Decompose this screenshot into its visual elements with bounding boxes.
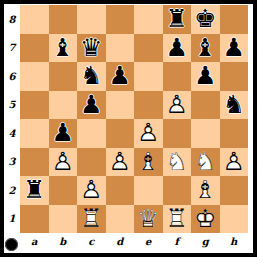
file-label-d: d: [106, 233, 135, 250]
square-a8[interactable]: [20, 5, 49, 34]
black-king-glyph: ♚: [191, 5, 220, 34]
piece-white-pawn-c2[interactable]: ♟♙: [77, 176, 106, 205]
square-a2[interactable]: ♜: [20, 176, 49, 205]
piece-black-pawn-g6[interactable]: ♟: [191, 62, 220, 91]
square-g2[interactable]: ♝♗: [191, 176, 220, 205]
black-pawn-glyph: ♟: [49, 119, 78, 148]
square-h8[interactable]: [220, 5, 249, 34]
square-d2[interactable]: [106, 176, 135, 205]
black-pawn-glyph: ♟: [191, 62, 220, 91]
piece-white-knight-f3[interactable]: ♞♘: [163, 148, 192, 177]
white-pawn-outline-glyph: ♙: [134, 119, 163, 148]
piece-black-pawn-b4[interactable]: ♟: [49, 119, 78, 148]
white-knight-outline-glyph: ♘: [163, 148, 192, 177]
square-d3[interactable]: ♟♙: [106, 148, 135, 177]
file-label-a: a: [20, 233, 49, 250]
square-a5[interactable]: [20, 91, 49, 120]
black-knight-glyph: ♞: [220, 91, 249, 120]
white-pawn-outline-glyph: ♙: [49, 148, 78, 177]
piece-black-knight-h5[interactable]: ♞: [220, 91, 249, 120]
square-h1[interactable]: [220, 205, 249, 234]
square-e2[interactable]: [134, 176, 163, 205]
piece-black-pawn-c5[interactable]: ♟: [77, 91, 106, 120]
square-h5[interactable]: ♞: [220, 91, 249, 120]
rank-label-3: 3: [4, 148, 20, 177]
white-pawn-outline-glyph: ♙: [220, 148, 249, 177]
square-b2[interactable]: [49, 176, 78, 205]
white-bishop-outline-glyph: ♗: [134, 148, 163, 177]
chess-diagram: 87654321 ♜♚♝♛♟♝♟♞♟♟♟♟♙♞♟♟♙♟♙♟♙♝♗♞♘♞♘♟♙♜♟…: [0, 0, 257, 257]
black-bishop-glyph: ♝: [191, 34, 220, 63]
white-pawn-outline-glyph: ♙: [163, 91, 192, 120]
piece-black-rook-a2[interactable]: ♜: [20, 176, 49, 205]
rank-label-5: 5: [4, 91, 20, 120]
square-h7[interactable]: ♟: [220, 34, 249, 63]
square-b6[interactable]: [49, 62, 78, 91]
square-g8[interactable]: ♚: [191, 5, 220, 34]
rank-label-6: 6: [4, 62, 20, 91]
square-c5[interactable]: ♟: [77, 91, 106, 120]
piece-white-pawn-f5[interactable]: ♟♙: [163, 91, 192, 120]
square-c1[interactable]: ♜♖: [77, 205, 106, 234]
black-pawn-glyph: ♟: [77, 91, 106, 120]
white-knight-outline-glyph: ♘: [191, 148, 220, 177]
file-label-b: b: [49, 233, 78, 250]
piece-white-rook-f1[interactable]: ♜♖: [163, 205, 192, 234]
piece-white-rook-c1[interactable]: ♜♖: [77, 205, 106, 234]
black-to-move-indicator: [5, 238, 18, 251]
square-c6[interactable]: ♞: [77, 62, 106, 91]
square-f7[interactable]: ♟: [163, 34, 192, 63]
square-h3[interactable]: ♟♙: [220, 148, 249, 177]
square-e4[interactable]: ♟♙: [134, 119, 163, 148]
chess-board: ♜♚♝♛♟♝♟♞♟♟♟♟♙♞♟♟♙♟♙♟♙♝♗♞♘♞♘♟♙♜♟♙♝♗♜♖♛♕♜♖…: [20, 5, 248, 233]
square-f5[interactable]: ♟♙: [163, 91, 192, 120]
piece-black-pawn-h7[interactable]: ♟: [220, 34, 249, 63]
piece-white-bishop-e3[interactable]: ♝♗: [134, 148, 163, 177]
piece-black-bishop-b7[interactable]: ♝: [49, 34, 78, 63]
square-g4[interactable]: [191, 119, 220, 148]
square-c7[interactable]: ♛: [77, 34, 106, 63]
file-label-c: c: [77, 233, 106, 250]
square-f6[interactable]: [163, 62, 192, 91]
square-a4[interactable]: [20, 119, 49, 148]
file-labels: abcdefgh: [20, 233, 248, 250]
square-d8[interactable]: [106, 5, 135, 34]
piece-black-rook-f8[interactable]: ♜: [163, 5, 192, 34]
piece-white-pawn-d3[interactable]: ♟♙: [106, 148, 135, 177]
square-h4[interactable]: [220, 119, 249, 148]
square-a7[interactable]: [20, 34, 49, 63]
square-e6[interactable]: [134, 62, 163, 91]
piece-white-knight-g3[interactable]: ♞♘: [191, 148, 220, 177]
square-e7[interactable]: [134, 34, 163, 63]
white-queen-outline-glyph: ♕: [134, 205, 163, 234]
rank-label-8: 8: [4, 5, 20, 34]
black-queen-glyph: ♛: [77, 34, 106, 63]
square-g6[interactable]: ♟: [191, 62, 220, 91]
square-b3[interactable]: ♟♙: [49, 148, 78, 177]
square-h6[interactable]: [220, 62, 249, 91]
black-pawn-glyph: ♟: [106, 62, 135, 91]
square-f8[interactable]: ♜: [163, 5, 192, 34]
square-b4[interactable]: ♟: [49, 119, 78, 148]
square-f4[interactable]: [163, 119, 192, 148]
square-e3[interactable]: ♝♗: [134, 148, 163, 177]
square-b8[interactable]: [49, 5, 78, 34]
file-label-e: e: [134, 233, 163, 250]
square-d7[interactable]: [106, 34, 135, 63]
piece-white-bishop-g2[interactable]: ♝♗: [191, 176, 220, 205]
piece-black-pawn-d6[interactable]: ♟: [106, 62, 135, 91]
square-c8[interactable]: [77, 5, 106, 34]
square-g5[interactable]: [191, 91, 220, 120]
black-knight-glyph: ♞: [77, 62, 106, 91]
black-rook-glyph: ♜: [20, 176, 49, 205]
square-f3[interactable]: ♞♘: [163, 148, 192, 177]
square-b5[interactable]: [49, 91, 78, 120]
piece-white-pawn-h3[interactable]: ♟♙: [220, 148, 249, 177]
square-e1[interactable]: ♛♕: [134, 205, 163, 234]
piece-black-queen-c7[interactable]: ♛: [77, 34, 106, 63]
black-pawn-glyph: ♟: [163, 34, 192, 63]
rank-label-4: 4: [4, 119, 20, 148]
rank-label-1: 1: [4, 205, 20, 234]
square-d6[interactable]: ♟: [106, 62, 135, 91]
square-e8[interactable]: [134, 5, 163, 34]
square-a6[interactable]: [20, 62, 49, 91]
square-h2[interactable]: [220, 176, 249, 205]
square-e5[interactable]: [134, 91, 163, 120]
square-a1[interactable]: [20, 205, 49, 234]
piece-white-pawn-e4[interactable]: ♟♙: [134, 119, 163, 148]
white-king-outline-glyph: ♔: [191, 205, 220, 234]
rank-label-2: 2: [4, 176, 20, 205]
white-rook-outline-glyph: ♖: [77, 205, 106, 234]
white-pawn-outline-glyph: ♙: [106, 148, 135, 177]
square-d1[interactable]: [106, 205, 135, 234]
piece-black-knight-c6[interactable]: ♞: [77, 62, 106, 91]
square-d5[interactable]: [106, 91, 135, 120]
square-b7[interactable]: ♝: [49, 34, 78, 63]
square-f2[interactable]: [163, 176, 192, 205]
black-bishop-glyph: ♝: [49, 34, 78, 63]
square-g3[interactable]: ♞♘: [191, 148, 220, 177]
piece-black-bishop-g7[interactable]: ♝: [191, 34, 220, 63]
square-b1[interactable]: [49, 205, 78, 234]
square-d4[interactable]: [106, 119, 135, 148]
rank-label-7: 7: [4, 34, 20, 63]
piece-black-pawn-f7[interactable]: ♟: [163, 34, 192, 63]
black-pawn-glyph: ♟: [220, 34, 249, 63]
black-rook-glyph: ♜: [163, 5, 192, 34]
square-c3[interactable]: [77, 148, 106, 177]
white-rook-outline-glyph: ♖: [163, 205, 192, 234]
piece-white-queen-e1[interactable]: ♛♕: [134, 205, 163, 234]
file-label-h: h: [220, 233, 249, 250]
square-c2[interactable]: ♟♙: [77, 176, 106, 205]
rank-labels: 87654321: [4, 5, 20, 233]
piece-white-king-g1[interactable]: ♚♔: [191, 205, 220, 234]
piece-white-pawn-b3[interactable]: ♟♙: [49, 148, 78, 177]
file-label-f: f: [163, 233, 192, 250]
square-f1[interactable]: ♜♖: [163, 205, 192, 234]
white-pawn-outline-glyph: ♙: [77, 176, 106, 205]
square-g7[interactable]: ♝: [191, 34, 220, 63]
square-c4[interactable]: [77, 119, 106, 148]
white-bishop-outline-glyph: ♗: [191, 176, 220, 205]
file-label-g: g: [191, 233, 220, 250]
square-a3[interactable]: [20, 148, 49, 177]
square-g1[interactable]: ♚♔: [191, 205, 220, 234]
piece-black-king-g8[interactable]: ♚: [191, 5, 220, 34]
